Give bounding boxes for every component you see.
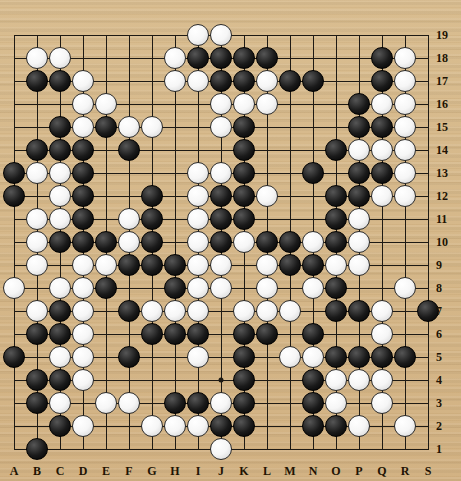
white-stone-O4 bbox=[325, 369, 347, 391]
white-stone-F11 bbox=[118, 208, 140, 230]
black-stone-J12 bbox=[210, 185, 232, 207]
column-label-E: E bbox=[96, 464, 116, 479]
white-stone-Q6 bbox=[371, 323, 393, 345]
white-stone-R16 bbox=[394, 93, 416, 115]
white-stone-P4 bbox=[348, 369, 370, 391]
white-stone-P10 bbox=[348, 231, 370, 253]
black-stone-P5 bbox=[348, 346, 370, 368]
black-stone-Q17 bbox=[371, 70, 393, 92]
black-stone-D12 bbox=[72, 185, 94, 207]
black-stone-C2 bbox=[49, 415, 71, 437]
white-stone-C8 bbox=[49, 277, 71, 299]
white-stone-D6 bbox=[72, 323, 94, 345]
white-stone-P11 bbox=[348, 208, 370, 230]
black-stone-A12 bbox=[3, 185, 25, 207]
white-stone-I12 bbox=[187, 185, 209, 207]
black-stone-O5 bbox=[325, 346, 347, 368]
black-stone-D14 bbox=[72, 139, 94, 161]
white-stone-I17 bbox=[187, 70, 209, 92]
black-stone-F14 bbox=[118, 139, 140, 161]
white-stone-R18 bbox=[394, 47, 416, 69]
black-stone-I18 bbox=[187, 47, 209, 69]
white-stone-D5 bbox=[72, 346, 94, 368]
white-stone-P2 bbox=[348, 415, 370, 437]
black-stone-O2 bbox=[325, 415, 347, 437]
black-stone-L10 bbox=[256, 231, 278, 253]
white-stone-Q4 bbox=[371, 369, 393, 391]
column-label-F: F bbox=[119, 464, 139, 479]
black-stone-D10 bbox=[72, 231, 94, 253]
column-label-N: N bbox=[303, 464, 323, 479]
column-label-R: R bbox=[395, 464, 415, 479]
white-stone-N10 bbox=[302, 231, 324, 253]
black-stone-M17 bbox=[279, 70, 301, 92]
column-label-C: C bbox=[50, 464, 70, 479]
black-stone-C6 bbox=[49, 323, 71, 345]
column-label-H: H bbox=[165, 464, 185, 479]
black-stone-D11 bbox=[72, 208, 94, 230]
white-stone-G15 bbox=[141, 116, 163, 138]
black-stone-C10 bbox=[49, 231, 71, 253]
white-stone-R8 bbox=[394, 277, 416, 299]
black-stone-C17 bbox=[49, 70, 71, 92]
black-stone-H3 bbox=[164, 392, 186, 414]
white-stone-K16 bbox=[233, 93, 255, 115]
white-stone-K7 bbox=[233, 300, 255, 322]
black-stone-N9 bbox=[302, 254, 324, 276]
white-stone-Q16 bbox=[371, 93, 393, 115]
black-stone-L18 bbox=[256, 47, 278, 69]
white-stone-D17 bbox=[72, 70, 94, 92]
column-label-S: S bbox=[418, 464, 438, 479]
row-label-6: 6 bbox=[436, 327, 460, 341]
white-stone-J13 bbox=[210, 162, 232, 184]
white-stone-O3 bbox=[325, 392, 347, 414]
black-stone-I3 bbox=[187, 392, 209, 414]
white-stone-B11 bbox=[26, 208, 48, 230]
white-stone-D4 bbox=[72, 369, 94, 391]
black-stone-E10 bbox=[95, 231, 117, 253]
row-label-3: 3 bbox=[436, 396, 460, 410]
black-stone-F9 bbox=[118, 254, 140, 276]
black-stone-P15 bbox=[348, 116, 370, 138]
white-stone-L9 bbox=[256, 254, 278, 276]
black-stone-O10 bbox=[325, 231, 347, 253]
black-stone-K17 bbox=[233, 70, 255, 92]
black-stone-K14 bbox=[233, 139, 255, 161]
black-stone-D13 bbox=[72, 162, 94, 184]
white-stone-R12 bbox=[394, 185, 416, 207]
black-stone-G11 bbox=[141, 208, 163, 230]
white-stone-R13 bbox=[394, 162, 416, 184]
black-stone-F7 bbox=[118, 300, 140, 322]
white-stone-Q3 bbox=[371, 392, 393, 414]
white-stone-F15 bbox=[118, 116, 140, 138]
black-stone-O14 bbox=[325, 139, 347, 161]
white-stone-B10 bbox=[26, 231, 48, 253]
white-stone-J1 bbox=[210, 438, 232, 460]
white-stone-A8 bbox=[3, 277, 25, 299]
black-stone-Q5 bbox=[371, 346, 393, 368]
black-stone-I6 bbox=[187, 323, 209, 345]
white-stone-I11 bbox=[187, 208, 209, 230]
black-stone-E8 bbox=[95, 277, 117, 299]
white-stone-J15 bbox=[210, 116, 232, 138]
white-stone-I10 bbox=[187, 231, 209, 253]
black-stone-H9 bbox=[164, 254, 186, 276]
white-stone-H18 bbox=[164, 47, 186, 69]
white-stone-I13 bbox=[187, 162, 209, 184]
column-label-Q: Q bbox=[372, 464, 392, 479]
black-stone-H8 bbox=[164, 277, 186, 299]
black-stone-P12 bbox=[348, 185, 370, 207]
white-stone-F3 bbox=[118, 392, 140, 414]
black-stone-N3 bbox=[302, 392, 324, 414]
white-stone-I5 bbox=[187, 346, 209, 368]
black-stone-A5 bbox=[3, 346, 25, 368]
white-stone-D9 bbox=[72, 254, 94, 276]
white-stone-G2 bbox=[141, 415, 163, 437]
column-label-M: M bbox=[280, 464, 300, 479]
row-label-1: 1 bbox=[436, 442, 460, 456]
black-stone-K18 bbox=[233, 47, 255, 69]
white-stone-C3 bbox=[49, 392, 71, 414]
black-stone-O11 bbox=[325, 208, 347, 230]
black-stone-B1 bbox=[26, 438, 48, 460]
row-label-10: 10 bbox=[436, 235, 460, 249]
black-stone-C7 bbox=[49, 300, 71, 322]
black-stone-J10 bbox=[210, 231, 232, 253]
white-stone-B18 bbox=[26, 47, 48, 69]
white-stone-Q12 bbox=[371, 185, 393, 207]
row-label-19: 19 bbox=[436, 28, 460, 42]
white-stone-D8 bbox=[72, 277, 94, 299]
white-stone-I2 bbox=[187, 415, 209, 437]
black-stone-K13 bbox=[233, 162, 255, 184]
white-stone-N5 bbox=[302, 346, 324, 368]
black-stone-N4 bbox=[302, 369, 324, 391]
column-label-D: D bbox=[73, 464, 93, 479]
white-stone-J3 bbox=[210, 392, 232, 414]
white-stone-C18 bbox=[49, 47, 71, 69]
white-stone-D15 bbox=[72, 116, 94, 138]
column-label-J: J bbox=[211, 464, 231, 479]
row-label-16: 16 bbox=[436, 97, 460, 111]
black-stone-A13 bbox=[3, 162, 25, 184]
column-label-B: B bbox=[27, 464, 47, 479]
column-label-A: A bbox=[4, 464, 24, 479]
white-stone-L8 bbox=[256, 277, 278, 299]
white-stone-Q7 bbox=[371, 300, 393, 322]
row-label-7: 7 bbox=[436, 304, 460, 318]
go-board[interactable] bbox=[14, 35, 429, 450]
white-stone-J16 bbox=[210, 93, 232, 115]
white-stone-L17 bbox=[256, 70, 278, 92]
white-stone-H17 bbox=[164, 70, 186, 92]
black-stone-C15 bbox=[49, 116, 71, 138]
white-stone-L16 bbox=[256, 93, 278, 115]
black-stone-K2 bbox=[233, 415, 255, 437]
row-label-13: 13 bbox=[436, 166, 460, 180]
black-stone-P7 bbox=[348, 300, 370, 322]
row-label-15: 15 bbox=[436, 120, 460, 134]
white-stone-C12 bbox=[49, 185, 71, 207]
black-stone-O7 bbox=[325, 300, 347, 322]
white-stone-D7 bbox=[72, 300, 94, 322]
black-stone-J11 bbox=[210, 208, 232, 230]
go-board-screenshot: ABCDEFGHIJKLMNOPQRS 19181716151413121110… bbox=[0, 0, 461, 481]
black-stone-M9 bbox=[279, 254, 301, 276]
black-stone-N2 bbox=[302, 415, 324, 437]
row-label-11: 11 bbox=[436, 212, 460, 226]
column-label-P: P bbox=[349, 464, 369, 479]
black-stone-G6 bbox=[141, 323, 163, 345]
white-stone-H2 bbox=[164, 415, 186, 437]
black-stone-B17 bbox=[26, 70, 48, 92]
black-stone-J2 bbox=[210, 415, 232, 437]
white-stone-F10 bbox=[118, 231, 140, 253]
white-stone-R2 bbox=[394, 415, 416, 437]
black-stone-Q15 bbox=[371, 116, 393, 138]
black-stone-B3 bbox=[26, 392, 48, 414]
white-stone-L7 bbox=[256, 300, 278, 322]
black-stone-B14 bbox=[26, 139, 48, 161]
black-stone-G10 bbox=[141, 231, 163, 253]
black-stone-Q18 bbox=[371, 47, 393, 69]
black-stone-F5 bbox=[118, 346, 140, 368]
white-stone-C13 bbox=[49, 162, 71, 184]
row-label-5: 5 bbox=[436, 350, 460, 364]
black-stone-E15 bbox=[95, 116, 117, 138]
black-stone-P16 bbox=[348, 93, 370, 115]
black-stone-R5 bbox=[394, 346, 416, 368]
white-stone-E9 bbox=[95, 254, 117, 276]
white-stone-I9 bbox=[187, 254, 209, 276]
black-stone-J17 bbox=[210, 70, 232, 92]
black-stone-J18 bbox=[210, 47, 232, 69]
white-stone-R14 bbox=[394, 139, 416, 161]
white-stone-L12 bbox=[256, 185, 278, 207]
white-stone-P9 bbox=[348, 254, 370, 276]
black-stone-C4 bbox=[49, 369, 71, 391]
white-stone-E3 bbox=[95, 392, 117, 414]
white-stone-C5 bbox=[49, 346, 71, 368]
black-stone-K5 bbox=[233, 346, 255, 368]
black-stone-K3 bbox=[233, 392, 255, 414]
white-stone-O9 bbox=[325, 254, 347, 276]
black-stone-N17 bbox=[302, 70, 324, 92]
white-stone-I19 bbox=[187, 24, 209, 46]
black-stone-G9 bbox=[141, 254, 163, 276]
column-label-I: I bbox=[188, 464, 208, 479]
row-label-8: 8 bbox=[436, 281, 460, 295]
white-stone-B7 bbox=[26, 300, 48, 322]
column-label-O: O bbox=[326, 464, 346, 479]
white-stone-M7 bbox=[279, 300, 301, 322]
white-stone-K10 bbox=[233, 231, 255, 253]
black-stone-G12 bbox=[141, 185, 163, 207]
black-stone-K6 bbox=[233, 323, 255, 345]
row-label-18: 18 bbox=[436, 51, 460, 65]
column-label-K: K bbox=[234, 464, 254, 479]
black-stone-N6 bbox=[302, 323, 324, 345]
white-stone-P14 bbox=[348, 139, 370, 161]
row-label-9: 9 bbox=[436, 258, 460, 272]
column-label-G: G bbox=[142, 464, 162, 479]
black-stone-K4 bbox=[233, 369, 255, 391]
white-stone-J8 bbox=[210, 277, 232, 299]
white-stone-I8 bbox=[187, 277, 209, 299]
white-stone-D2 bbox=[72, 415, 94, 437]
black-stone-L6 bbox=[256, 323, 278, 345]
black-stone-O12 bbox=[325, 185, 347, 207]
black-stone-H6 bbox=[164, 323, 186, 345]
white-stone-D16 bbox=[72, 93, 94, 115]
row-label-2: 2 bbox=[436, 419, 460, 433]
white-stone-C11 bbox=[49, 208, 71, 230]
white-stone-Q14 bbox=[371, 139, 393, 161]
white-stone-H7 bbox=[164, 300, 186, 322]
black-stone-Q13 bbox=[371, 162, 393, 184]
white-stone-G7 bbox=[141, 300, 163, 322]
row-label-14: 14 bbox=[436, 143, 460, 157]
black-stone-C14 bbox=[49, 139, 71, 161]
white-stone-B13 bbox=[26, 162, 48, 184]
black-stone-N13 bbox=[302, 162, 324, 184]
row-label-17: 17 bbox=[436, 74, 460, 88]
black-stone-B4 bbox=[26, 369, 48, 391]
white-stone-B9 bbox=[26, 254, 48, 276]
white-stone-J9 bbox=[210, 254, 232, 276]
star-point bbox=[219, 378, 224, 383]
white-stone-E16 bbox=[95, 93, 117, 115]
black-stone-K12 bbox=[233, 185, 255, 207]
black-stone-M10 bbox=[279, 231, 301, 253]
black-stone-K15 bbox=[233, 116, 255, 138]
black-stone-B6 bbox=[26, 323, 48, 345]
white-stone-R17 bbox=[394, 70, 416, 92]
white-stone-N8 bbox=[302, 277, 324, 299]
row-label-4: 4 bbox=[436, 373, 460, 387]
white-stone-I7 bbox=[187, 300, 209, 322]
white-stone-M5 bbox=[279, 346, 301, 368]
black-stone-P13 bbox=[348, 162, 370, 184]
black-stone-O8 bbox=[325, 277, 347, 299]
row-label-12: 12 bbox=[436, 189, 460, 203]
black-stone-K11 bbox=[233, 208, 255, 230]
white-stone-R15 bbox=[394, 116, 416, 138]
column-label-L: L bbox=[257, 464, 277, 479]
white-stone-J19 bbox=[210, 24, 232, 46]
